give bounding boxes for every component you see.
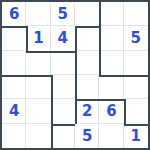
cell-r2c4[interactable] (75, 26, 99, 50)
cell-r3c6[interactable] (124, 51, 148, 75)
cell-r1c4[interactable] (75, 2, 99, 26)
cell-r3c3[interactable] (51, 51, 75, 75)
cell-r5c3[interactable] (51, 99, 75, 123)
cell-r4c3[interactable] (51, 75, 75, 99)
cell-r3c2[interactable] (26, 51, 50, 75)
given-digit-r6c4[interactable]: 5 (75, 124, 99, 148)
cell-r3c5[interactable] (99, 51, 123, 75)
cell-r4c2[interactable] (26, 75, 50, 99)
cell-r2c5[interactable] (99, 26, 123, 50)
cell-r6c2[interactable] (26, 124, 50, 148)
cell-r6c3[interactable] (51, 124, 75, 148)
cell-r3c1[interactable] (2, 51, 26, 75)
given-digit-r1c3[interactable]: 5 (51, 2, 75, 26)
given-digit-r6c6[interactable]: 1 (124, 124, 148, 148)
given-digit-r2c6[interactable]: 5 (124, 26, 148, 50)
cell-r3c4[interactable] (75, 51, 99, 75)
given-digit-r5c4[interactable]: 2 (75, 99, 99, 123)
cell-r5c6[interactable] (124, 99, 148, 123)
given-digit-r2c2[interactable]: 1 (26, 26, 50, 50)
cell-r4c4[interactable] (75, 75, 99, 99)
cell-r6c1[interactable] (2, 124, 26, 148)
cell-r1c5[interactable] (99, 2, 123, 26)
cell-r4c5[interactable] (99, 75, 123, 99)
given-digit-r5c1[interactable]: 4 (2, 99, 26, 123)
cell-r4c6[interactable] (124, 75, 148, 99)
given-digit-r2c3[interactable]: 4 (51, 26, 75, 50)
cell-r4c1[interactable] (2, 75, 26, 99)
jigsaw-sudoku-board: 6514542651 (0, 0, 150, 150)
given-digit-r5c5[interactable]: 6 (99, 99, 123, 123)
cell-r5c2[interactable] (26, 99, 50, 123)
given-digit-r1c1[interactable]: 6 (2, 2, 26, 26)
cell-r1c6[interactable] (124, 2, 148, 26)
cell-r6c5[interactable] (99, 124, 123, 148)
cell-r1c2[interactable] (26, 2, 50, 26)
cell-r2c1[interactable] (2, 26, 26, 50)
